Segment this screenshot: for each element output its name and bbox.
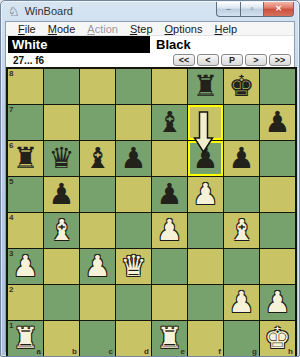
title-bar[interactable]: ♘ WinBoard – ▫ ✕ (1, 1, 299, 21)
square-f6[interactable]: ♟ (188, 141, 223, 176)
file-label-h: h (288, 347, 293, 356)
square-h1[interactable]: h♚ (260, 321, 295, 356)
square-d5[interactable] (116, 177, 151, 212)
square-c4[interactable] (80, 213, 115, 248)
white-queen[interactable]: ♛ (121, 249, 147, 284)
forward-to-end-button[interactable]: >> (269, 54, 291, 66)
menu-options[interactable]: Options (159, 22, 209, 36)
rank-label-4: 4 (9, 213, 13, 222)
rank-label-6: 6 (9, 141, 13, 150)
square-h2[interactable]: ♟ (260, 285, 295, 320)
forward-button[interactable]: > (245, 54, 267, 66)
square-e8[interactable] (152, 69, 187, 104)
square-d6[interactable]: ♟ (116, 141, 151, 176)
menu-file[interactable]: File (12, 22, 42, 36)
file-label-g: g (252, 347, 257, 356)
window-title: WinBoard (25, 5, 216, 17)
square-g7[interactable] (224, 105, 259, 140)
square-g5[interactable] (224, 177, 259, 212)
square-d7[interactable] (116, 105, 151, 140)
black-pawn[interactable]: ♟ (229, 141, 255, 176)
square-g6[interactable]: ♟ (224, 141, 259, 176)
file-label-d: d (144, 347, 149, 356)
menu-help[interactable]: Help (208, 22, 243, 36)
square-a3[interactable]: 3♟ (8, 249, 43, 284)
square-d2[interactable] (116, 285, 151, 320)
square-f5[interactable]: ♟ (188, 177, 223, 212)
square-c5[interactable] (80, 177, 115, 212)
white-pawn[interactable]: ♟ (193, 177, 219, 212)
square-a6[interactable]: 6♜ (8, 141, 43, 176)
square-h3[interactable] (260, 249, 295, 284)
square-b3[interactable] (44, 249, 79, 284)
square-c2[interactable] (80, 285, 115, 320)
square-h6[interactable] (260, 141, 295, 176)
square-d1[interactable]: d (116, 321, 151, 356)
player-bar: White Black (6, 36, 294, 53)
square-f8[interactable]: ♜ (188, 69, 223, 104)
white-player-label: White (8, 36, 150, 53)
black-player-label: Black (150, 36, 191, 53)
winboard-logo-icon: ♘ (8, 5, 20, 18)
menu-mode[interactable]: Mode (42, 22, 82, 36)
square-a2[interactable]: 2 (8, 285, 43, 320)
square-f4[interactable] (188, 213, 223, 248)
square-c8[interactable] (80, 69, 115, 104)
black-pawn[interactable]: ♟ (265, 105, 291, 140)
back-button[interactable]: < (197, 54, 219, 66)
menu-action: Action (81, 22, 124, 36)
square-f1[interactable]: f (188, 321, 223, 356)
square-h4[interactable] (260, 213, 295, 248)
rank-label-7: 7 (9, 105, 13, 114)
white-pawn[interactable]: ♟ (157, 213, 183, 248)
maximize-button[interactable]: ▫ (240, 2, 264, 17)
square-a1[interactable]: 1a♜ (8, 321, 43, 356)
white-pawn[interactable]: ♟ (265, 285, 291, 320)
file-label-a: a (37, 347, 41, 356)
black-rook[interactable]: ♜ (13, 141, 39, 176)
menu-step[interactable]: Step (124, 22, 159, 36)
rank-label-2: 2 (9, 285, 13, 294)
square-h7[interactable]: ♟ (260, 105, 295, 140)
square-e1[interactable]: e♜ (152, 321, 187, 356)
square-b7[interactable] (44, 105, 79, 140)
black-pawn[interactable]: ♟ (193, 141, 219, 176)
square-g4[interactable]: ♝ (224, 213, 259, 248)
file-label-e: e (181, 347, 185, 356)
rewind-to-start-button[interactable]: << (173, 54, 195, 66)
square-c3[interactable]: ♟ (80, 249, 115, 284)
white-rook[interactable]: ♜ (13, 321, 39, 356)
square-f7[interactable] (188, 105, 223, 140)
winboard-window: ♘ WinBoard – ▫ ✕ FileModeActionStepOptio… (0, 0, 300, 357)
move-nav-row: 27... f6 <<<P>>> (6, 53, 294, 67)
square-d8[interactable] (116, 69, 151, 104)
square-a8[interactable]: 8 (8, 69, 43, 104)
black-pawn[interactable]: ♟ (157, 177, 183, 212)
square-e2[interactable] (152, 285, 187, 320)
square-f3[interactable] (188, 249, 223, 284)
last-move-text: 27... f6 (9, 55, 173, 66)
black-pawn[interactable]: ♟ (49, 177, 75, 212)
window-content: FileModeActionStepOptionsHelp White Blac… (5, 21, 295, 352)
nav-buttons: <<<P>>> (173, 54, 291, 66)
square-c7[interactable] (80, 105, 115, 140)
chess-board: 8♜♚7♝♟6♜♛♝♟♟♟5♟♟♟4♝♟♝3♟♟♛2♟♟1a♜bcde♜fgh♚ (6, 67, 297, 357)
window-controls: – ▫ ✕ (216, 2, 294, 17)
square-h8[interactable] (260, 69, 295, 104)
square-f2[interactable] (188, 285, 223, 320)
close-button[interactable]: ✕ (264, 2, 294, 17)
square-b6[interactable]: ♛ (44, 141, 79, 176)
square-b5[interactable]: ♟ (44, 177, 79, 212)
white-bishop[interactable]: ♝ (49, 213, 75, 248)
white-king[interactable]: ♚ (265, 321, 291, 356)
square-d4[interactable] (116, 213, 151, 248)
square-b2[interactable] (44, 285, 79, 320)
square-g8[interactable]: ♚ (224, 69, 259, 104)
black-pawn[interactable]: ♟ (121, 141, 147, 176)
black-rook[interactable]: ♜ (193, 69, 219, 104)
square-e7[interactable]: ♝ (152, 105, 187, 140)
square-b4[interactable]: ♝ (44, 213, 79, 248)
square-a4[interactable]: 4 (8, 213, 43, 248)
square-a5[interactable]: 5 (8, 177, 43, 212)
black-king[interactable]: ♚ (229, 69, 255, 104)
pause-button[interactable]: P (221, 54, 243, 66)
white-rook[interactable]: ♜ (157, 321, 183, 356)
rank-label-3: 3 (9, 249, 13, 258)
square-h5[interactable] (260, 177, 295, 212)
square-b1[interactable]: b (44, 321, 79, 356)
square-a7[interactable]: 7 (8, 105, 43, 140)
square-e6[interactable] (152, 141, 187, 176)
file-label-f: f (218, 347, 221, 356)
square-g1[interactable]: g (224, 321, 259, 356)
black-bishop[interactable]: ♝ (85, 141, 111, 176)
square-d3[interactable]: ♛ (116, 249, 151, 284)
square-b8[interactable] (44, 69, 79, 104)
white-pawn[interactable]: ♟ (229, 285, 255, 320)
minimize-button[interactable]: – (216, 2, 240, 17)
rank-label-1: 1 (9, 321, 13, 330)
square-c1[interactable]: c (80, 321, 115, 356)
white-pawn[interactable]: ♟ (85, 249, 111, 284)
square-g2[interactable]: ♟ (224, 285, 259, 320)
black-bishop[interactable]: ♝ (157, 105, 183, 140)
chess-board-area: 8♜♚7♝♟6♜♛♝♟♟♟5♟♟♟4♝♟♝3♟♟♛2♟♟1a♜bcde♜fgh♚ (6, 67, 297, 357)
square-e4[interactable]: ♟ (152, 213, 187, 248)
file-label-b: b (72, 347, 77, 356)
white-bishop[interactable]: ♝ (229, 213, 255, 248)
square-e5[interactable]: ♟ (152, 177, 187, 212)
menu-bar: FileModeActionStepOptionsHelp (6, 22, 294, 36)
square-e3[interactable] (152, 249, 187, 284)
file-label-c: c (109, 347, 113, 356)
black-queen[interactable]: ♛ (49, 141, 75, 176)
square-g3[interactable] (224, 249, 259, 284)
rank-label-5: 5 (9, 177, 13, 186)
rank-label-8: 8 (9, 69, 13, 78)
square-c6[interactable]: ♝ (80, 141, 115, 176)
white-pawn[interactable]: ♟ (13, 249, 39, 284)
